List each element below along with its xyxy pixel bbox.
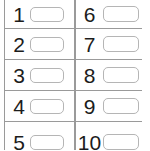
answer-box-3[interactable] [30,68,64,83]
number-label-5: 5 [9,132,29,151]
answer-box-2[interactable] [30,37,64,52]
number-label-7: 7 [78,34,102,55]
cell-5: 5 [5,121,74,150]
answer-box-5[interactable] [30,135,64,150]
cell-10: 10 [74,121,143,150]
cell-1: 1 [5,0,74,28]
number-label-4: 4 [9,96,29,117]
number-label-1: 1 [9,4,29,25]
cell-9: 9 [74,90,143,121]
cell-8: 8 [74,59,143,90]
number-label-6: 6 [78,4,102,25]
answer-box-1[interactable] [30,7,64,22]
cell-4: 4 [5,90,74,121]
cell-6: 6 [74,0,143,28]
cell-3: 3 [5,59,74,90]
answer-box-8[interactable] [103,67,139,83]
answer-box-9[interactable] [103,98,139,114]
number-label-3: 3 [9,65,29,86]
number-label-8: 8 [78,65,102,86]
answer-box-10[interactable] [103,134,139,150]
answer-box-7[interactable] [103,36,139,52]
worksheet-page: 1 6 2 7 3 8 4 9 [0,0,150,150]
answer-box-6[interactable] [103,6,139,22]
number-label-10: 10 [78,132,102,151]
number-label-9: 9 [78,96,102,117]
number-label-2: 2 [9,34,29,55]
cell-7: 7 [74,28,143,59]
answer-box-4[interactable] [30,99,64,114]
number-grid: 1 6 2 7 3 8 4 9 [4,0,141,150]
cell-2: 2 [5,28,74,59]
